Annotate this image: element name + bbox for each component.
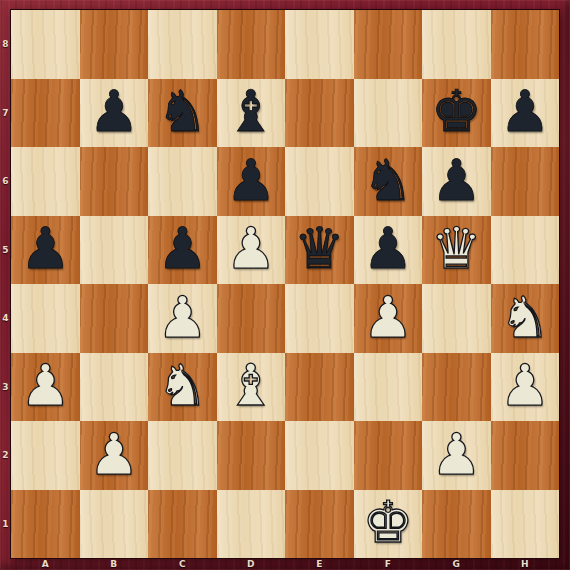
square-e5[interactable]: ♛ bbox=[285, 216, 354, 285]
black-pawn-b7[interactable]: ♟ bbox=[88, 83, 139, 140]
black-pawn-c5[interactable]: ♟ bbox=[157, 220, 208, 277]
square-c1[interactable] bbox=[148, 490, 217, 559]
white-pawn-d5[interactable]: ♟ bbox=[225, 220, 276, 277]
square-a5[interactable]: ♟ bbox=[11, 216, 80, 285]
black-pawn-a5[interactable]: ♟ bbox=[20, 220, 71, 277]
file-label-b: B bbox=[80, 558, 149, 570]
square-a1[interactable] bbox=[11, 490, 80, 559]
square-e8[interactable] bbox=[285, 10, 354, 79]
black-pawn-f5[interactable]: ♟ bbox=[362, 220, 413, 277]
square-f1[interactable]: ♚ bbox=[354, 490, 423, 559]
rank-label-5: 5 bbox=[0, 216, 11, 285]
square-f2[interactable] bbox=[354, 421, 423, 490]
square-d7[interactable]: ♝ bbox=[217, 79, 286, 148]
white-knight-c3[interactable]: ♞ bbox=[157, 357, 208, 414]
file-label-g: G bbox=[422, 558, 491, 570]
square-a8[interactable] bbox=[11, 10, 80, 79]
black-pawn-g6[interactable]: ♟ bbox=[431, 152, 482, 209]
black-pawn-d6[interactable]: ♟ bbox=[225, 152, 276, 209]
square-e7[interactable] bbox=[285, 79, 354, 148]
square-f6[interactable]: ♞ bbox=[354, 147, 423, 216]
square-d1[interactable] bbox=[217, 490, 286, 559]
square-f8[interactable] bbox=[354, 10, 423, 79]
square-a4[interactable] bbox=[11, 284, 80, 353]
square-a7[interactable] bbox=[11, 79, 80, 148]
square-g3[interactable] bbox=[422, 353, 491, 422]
file-label-h: H bbox=[491, 558, 560, 570]
white-pawn-c4[interactable]: ♟ bbox=[157, 289, 208, 346]
square-g6[interactable]: ♟ bbox=[422, 147, 491, 216]
square-f4[interactable]: ♟ bbox=[354, 284, 423, 353]
square-c3[interactable]: ♞ bbox=[148, 353, 217, 422]
black-pawn-h7[interactable]: ♟ bbox=[499, 83, 550, 140]
square-a6[interactable] bbox=[11, 147, 80, 216]
square-b1[interactable] bbox=[80, 490, 149, 559]
rank-label-2: 2 bbox=[0, 421, 11, 490]
square-c4[interactable]: ♟ bbox=[148, 284, 217, 353]
square-h5[interactable] bbox=[491, 216, 560, 285]
square-f5[interactable]: ♟ bbox=[354, 216, 423, 285]
black-knight-f6[interactable]: ♞ bbox=[362, 152, 413, 209]
white-knight-h4[interactable]: ♞ bbox=[499, 289, 550, 346]
chess-board: ♟♞♝♚♟♟♞♟♟♟♟♛♟♛♟♟♞♟♞♝♟♟♟♚ bbox=[11, 10, 559, 558]
white-pawn-a3[interactable]: ♟ bbox=[20, 357, 71, 414]
square-g5[interactable]: ♛ bbox=[422, 216, 491, 285]
square-a2[interactable] bbox=[11, 421, 80, 490]
square-d2[interactable] bbox=[217, 421, 286, 490]
square-f3[interactable] bbox=[354, 353, 423, 422]
file-label-c: C bbox=[148, 558, 217, 570]
rank-label-8: 8 bbox=[0, 10, 11, 79]
square-g4[interactable] bbox=[422, 284, 491, 353]
square-h1[interactable] bbox=[491, 490, 560, 559]
square-d3[interactable]: ♝ bbox=[217, 353, 286, 422]
square-c6[interactable] bbox=[148, 147, 217, 216]
file-labels: ABCDEFGH bbox=[11, 558, 559, 570]
black-knight-c7[interactable]: ♞ bbox=[157, 83, 208, 140]
square-h7[interactable]: ♟ bbox=[491, 79, 560, 148]
square-e4[interactable] bbox=[285, 284, 354, 353]
white-pawn-h3[interactable]: ♟ bbox=[499, 357, 550, 414]
square-e1[interactable] bbox=[285, 490, 354, 559]
square-b4[interactable] bbox=[80, 284, 149, 353]
square-c2[interactable] bbox=[148, 421, 217, 490]
square-d4[interactable] bbox=[217, 284, 286, 353]
white-pawn-f4[interactable]: ♟ bbox=[362, 289, 413, 346]
square-h4[interactable]: ♞ bbox=[491, 284, 560, 353]
square-a3[interactable]: ♟ bbox=[11, 353, 80, 422]
square-c7[interactable]: ♞ bbox=[148, 79, 217, 148]
rank-labels: 87654321 bbox=[0, 10, 11, 558]
white-bishop-d3[interactable]: ♝ bbox=[225, 357, 276, 414]
square-b5[interactable] bbox=[80, 216, 149, 285]
white-king-f1[interactable]: ♚ bbox=[362, 494, 413, 551]
file-label-e: E bbox=[285, 558, 354, 570]
chess-app: ♟♞♝♚♟♟♞♟♟♟♟♛♟♛♟♟♞♟♞♝♟♟♟♚ 87654321 ABCDEF… bbox=[0, 0, 570, 570]
black-bishop-d7[interactable]: ♝ bbox=[225, 83, 276, 140]
square-e6[interactable] bbox=[285, 147, 354, 216]
rank-label-3: 3 bbox=[0, 353, 11, 422]
square-h8[interactable] bbox=[491, 10, 560, 79]
rank-label-6: 6 bbox=[0, 147, 11, 216]
square-d5[interactable]: ♟ bbox=[217, 216, 286, 285]
square-b8[interactable] bbox=[80, 10, 149, 79]
square-b2[interactable]: ♟ bbox=[80, 421, 149, 490]
square-g8[interactable] bbox=[422, 10, 491, 79]
file-label-a: A bbox=[11, 558, 80, 570]
square-c5[interactable]: ♟ bbox=[148, 216, 217, 285]
square-c8[interactable] bbox=[148, 10, 217, 79]
white-queen-g5[interactable]: ♛ bbox=[431, 220, 482, 277]
square-g2[interactable]: ♟ bbox=[422, 421, 491, 490]
rank-label-4: 4 bbox=[0, 284, 11, 353]
square-d8[interactable] bbox=[217, 10, 286, 79]
square-g1[interactable] bbox=[422, 490, 491, 559]
square-h2[interactable] bbox=[491, 421, 560, 490]
rank-label-7: 7 bbox=[0, 79, 11, 148]
file-label-f: F bbox=[354, 558, 423, 570]
white-pawn-g2[interactable]: ♟ bbox=[431, 426, 482, 483]
black-queen-e5[interactable]: ♛ bbox=[294, 220, 345, 277]
square-f7[interactable] bbox=[354, 79, 423, 148]
square-d6[interactable]: ♟ bbox=[217, 147, 286, 216]
square-e3[interactable] bbox=[285, 353, 354, 422]
white-pawn-b2[interactable]: ♟ bbox=[88, 426, 139, 483]
file-label-d: D bbox=[217, 558, 286, 570]
black-king-g7[interactable]: ♚ bbox=[431, 83, 482, 140]
square-h6[interactable] bbox=[491, 147, 560, 216]
square-e2[interactable] bbox=[285, 421, 354, 490]
rank-label-1: 1 bbox=[0, 490, 11, 559]
square-h3[interactable]: ♟ bbox=[491, 353, 560, 422]
square-b6[interactable] bbox=[80, 147, 149, 216]
square-g7[interactable]: ♚ bbox=[422, 79, 491, 148]
square-b3[interactable] bbox=[80, 353, 149, 422]
square-b7[interactable]: ♟ bbox=[80, 79, 149, 148]
